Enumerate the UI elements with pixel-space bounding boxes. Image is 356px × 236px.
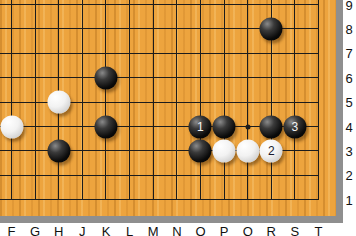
white-stone-H5[interactable] — [47, 91, 70, 114]
black-stone-H3[interactable] — [47, 139, 70, 162]
column-label-F: F — [8, 224, 16, 236]
board-edge-shadow-bottom — [0, 216, 343, 223]
black-stone-K6[interactable] — [94, 66, 117, 89]
grid-line-col-Q — [247, 0, 248, 200]
black-stone-P4[interactable] — [213, 115, 236, 138]
grid-line-row-1 — [0, 199, 319, 200]
column-label-O: O — [195, 224, 205, 236]
column-label-K: K — [102, 224, 111, 236]
grid-line-row-7 — [0, 53, 319, 54]
white-stone-P3[interactable] — [213, 139, 236, 162]
grid-line-row-6 — [0, 77, 319, 78]
grid-line-col-K — [105, 0, 106, 200]
grid-line-row-2 — [0, 175, 319, 176]
column-label-P: P — [220, 224, 229, 236]
move-number-label: 3 — [292, 121, 299, 133]
column-label-L: L — [126, 224, 133, 236]
black-stone-R4[interactable] — [260, 115, 283, 138]
grid-line-col-S — [294, 0, 295, 200]
white-stone-R3[interactable]: 2 — [260, 139, 283, 162]
grid-line-col-N — [176, 0, 177, 200]
board-edge-shadow-right — [336, 0, 343, 223]
move-number-label: 2 — [268, 145, 275, 157]
white-stone-Q3[interactable] — [236, 139, 259, 162]
star-point-Q4 — [245, 124, 250, 129]
row-label-5: 5 — [345, 95, 352, 110]
row-label-6: 6 — [345, 70, 352, 85]
row-label-8: 8 — [345, 21, 352, 36]
column-label-J: J — [79, 224, 86, 236]
row-label-1: 1 — [345, 192, 352, 207]
grid-line-col-G — [35, 0, 36, 200]
column-label-M: M — [148, 224, 159, 236]
black-stone-O3[interactable] — [189, 139, 212, 162]
black-stone-R8[interactable] — [260, 17, 283, 40]
column-label-H: H — [54, 224, 63, 236]
row-label-2: 2 — [345, 168, 352, 183]
column-label-S: S — [291, 224, 300, 236]
go-diagram: 132 FGHJKLMNOPQRST 987654321 — [0, 0, 356, 236]
column-label-T: T — [315, 224, 323, 236]
row-label-4: 4 — [345, 119, 352, 134]
grid-line-col-P — [224, 0, 225, 200]
grid-line-col-F — [11, 0, 12, 200]
grid-line-col-L — [129, 0, 130, 200]
black-stone-S4[interactable]: 3 — [283, 115, 306, 138]
grid-line-row-9 — [0, 4, 319, 5]
black-stone-K4[interactable] — [94, 115, 117, 138]
go-board[interactable]: 132 — [0, 0, 336, 216]
column-label-R: R — [267, 224, 276, 236]
row-label-9: 9 — [345, 0, 352, 12]
column-label-N: N — [172, 224, 181, 236]
white-stone-F4[interactable] — [0, 115, 23, 138]
row-label-7: 7 — [345, 46, 352, 61]
grid-line-col-O — [200, 0, 201, 200]
column-label-Q: Q — [243, 224, 253, 236]
row-label-3: 3 — [345, 143, 352, 158]
grid-line-col-T — [318, 0, 319, 200]
column-label-G: G — [30, 224, 40, 236]
move-number-label: 1 — [197, 121, 204, 133]
grid-line-col-J — [82, 0, 83, 200]
grid-line-col-M — [153, 0, 154, 200]
black-stone-O4[interactable]: 1 — [189, 115, 212, 138]
